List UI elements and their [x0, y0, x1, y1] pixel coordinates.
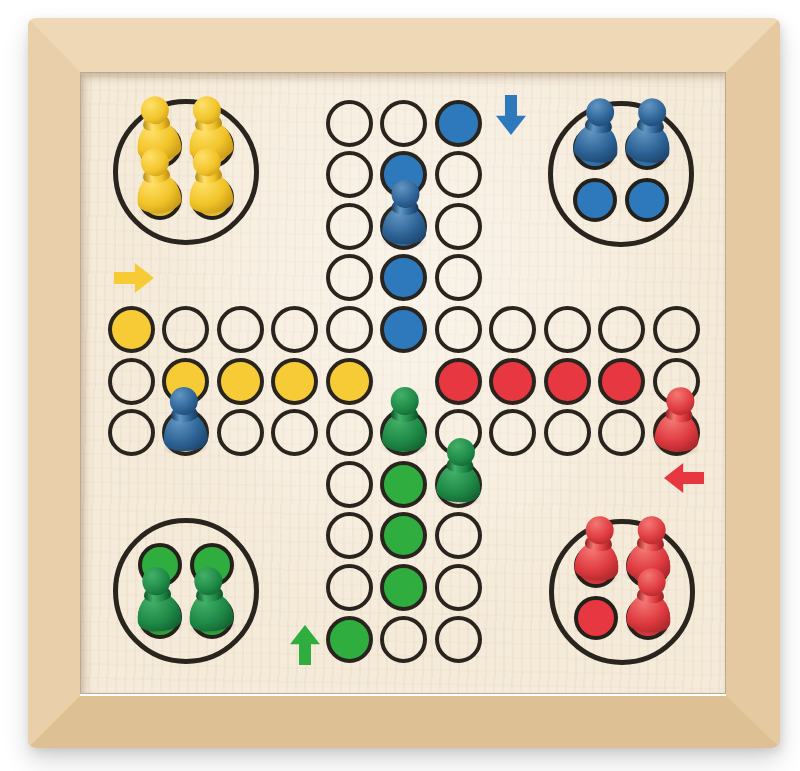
red-pawn[interactable] — [624, 566, 676, 636]
yellow-pawn[interactable] — [130, 146, 184, 217]
cell-r4c7[interactable] — [435, 254, 482, 301]
red-pawn[interactable] — [652, 384, 705, 454]
cell-r5c11[interactable] — [653, 306, 700, 353]
cell-r6c3[interactable] — [217, 358, 264, 405]
blue-pawn[interactable] — [571, 96, 625, 167]
blue-home-spot-bl[interactable] — [573, 178, 617, 222]
cell-r7c9[interactable] — [544, 409, 591, 456]
blue-pawn[interactable] — [623, 96, 677, 167]
red-pawn[interactable] — [572, 514, 624, 584]
cell-r9c6[interactable] — [380, 512, 427, 559]
cell-r5c4[interactable] — [271, 306, 318, 353]
cell-r5c3[interactable] — [217, 306, 264, 353]
cell-r5c9[interactable] — [544, 306, 591, 353]
green-direction-arrow-icon — [290, 625, 320, 665]
blue-direction-arrow-icon — [496, 95, 526, 135]
cell-r7c8[interactable] — [489, 409, 536, 456]
cell-r9c7[interactable] — [435, 512, 482, 559]
cell-r5c8[interactable] — [489, 306, 536, 353]
cell-r6c4[interactable] — [271, 358, 318, 405]
green-pawn[interactable] — [132, 565, 184, 635]
cell-r5c1[interactable] — [108, 306, 155, 353]
cell-r4c6[interactable] — [380, 254, 427, 301]
cell-r5c10[interactable] — [598, 306, 645, 353]
pawn-head — [169, 386, 198, 415]
cell-r6c9[interactable] — [544, 358, 591, 405]
cell-r3c5[interactable] — [326, 203, 373, 250]
green-pawn[interactable] — [434, 437, 484, 506]
yellow-direction-arrow-icon — [114, 263, 154, 293]
red-home-spot-bl[interactable] — [574, 596, 618, 640]
cell-r6c7[interactable] — [435, 358, 482, 405]
cell-r7c5[interactable] — [326, 409, 373, 456]
cell-r7c1[interactable] — [108, 409, 155, 456]
blue-pawn[interactable] — [160, 385, 209, 453]
cell-r8c5[interactable] — [326, 461, 373, 508]
cell-r5c5[interactable] — [326, 306, 373, 353]
cell-r6c10[interactable] — [598, 358, 645, 405]
cell-r1c6[interactable] — [380, 100, 427, 147]
cell-r9c5[interactable] — [326, 512, 373, 559]
cell-r7c3[interactable] — [217, 409, 264, 456]
cell-r11c7[interactable] — [435, 616, 482, 663]
blue-pawn[interactable] — [380, 179, 428, 247]
cell-r11c6[interactable] — [380, 616, 427, 663]
cell-r1c5[interactable] — [326, 100, 373, 147]
cell-r8c6[interactable] — [380, 461, 427, 508]
cell-r3c7[interactable] — [435, 203, 482, 250]
photo-stage — [0, 0, 800, 771]
green-pawn[interactable] — [184, 565, 236, 635]
cell-r7c4[interactable] — [271, 409, 318, 456]
cell-r4c5[interactable] — [326, 254, 373, 301]
cell-r6c8[interactable] — [489, 358, 536, 405]
cell-r5c2[interactable] — [162, 306, 209, 353]
cell-r10c7[interactable] — [435, 564, 482, 611]
cell-r6c5[interactable] — [326, 358, 373, 405]
green-pawn[interactable] — [380, 386, 427, 453]
cell-r6c1[interactable] — [108, 358, 155, 405]
ludo-board-surface — [80, 72, 726, 694]
cell-r1c7[interactable] — [435, 100, 482, 147]
pawn-head — [390, 386, 418, 414]
red-direction-arrow-icon — [664, 463, 704, 493]
yellow-pawn[interactable] — [182, 146, 236, 217]
cell-r5c7[interactable] — [435, 306, 482, 353]
cell-r10c6[interactable] — [380, 564, 427, 611]
cell-r5c6[interactable] — [380, 306, 427, 353]
cell-r2c7[interactable] — [435, 151, 482, 198]
blue-home-spot-br[interactable] — [625, 178, 669, 222]
cell-r2c5[interactable] — [326, 151, 373, 198]
cell-r11c5[interactable] — [326, 616, 373, 663]
cell-r10c5[interactable] — [326, 564, 373, 611]
cell-r7c10[interactable] — [598, 409, 645, 456]
